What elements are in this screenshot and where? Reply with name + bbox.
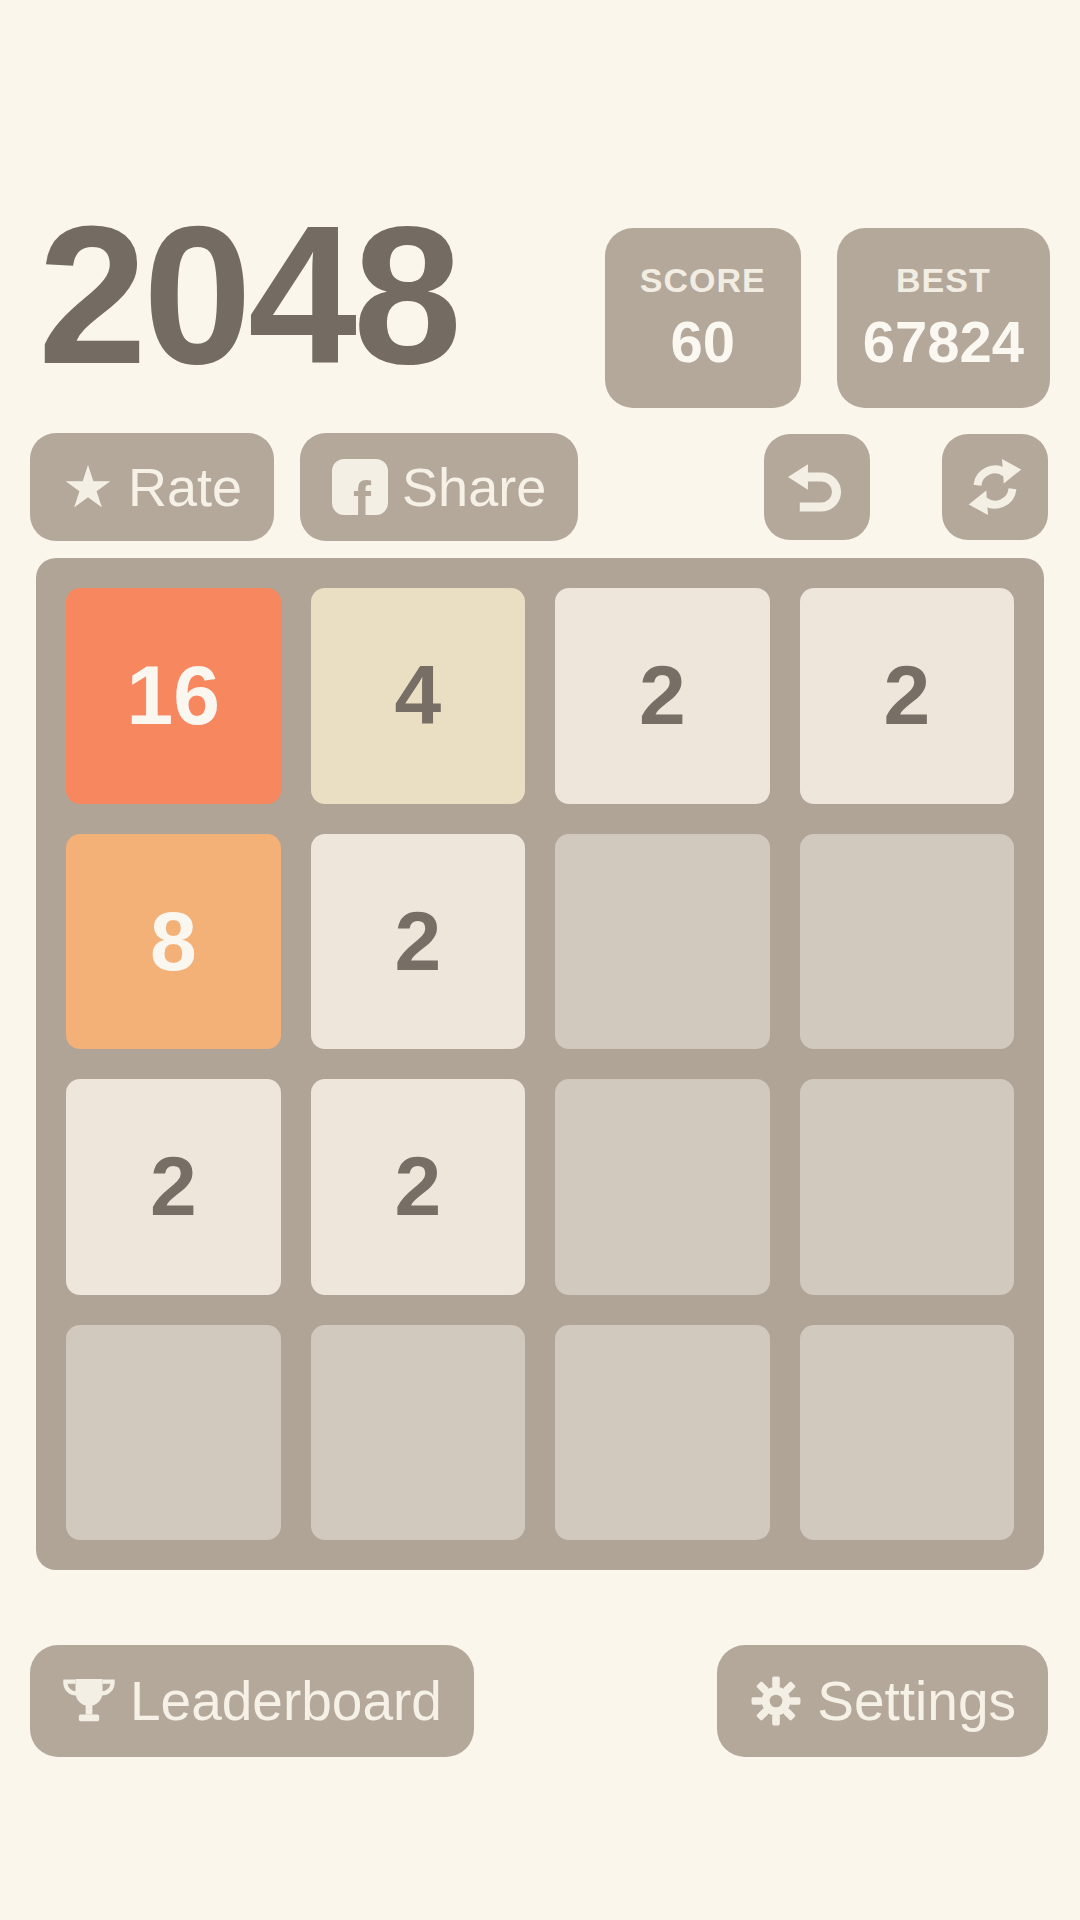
- trophy-icon: [62, 1674, 116, 1728]
- controls-row: ★ Rate f Share: [30, 433, 1048, 541]
- tile-2-r0c2: 2: [555, 588, 770, 804]
- footer-bar: Leaderboard Settings: [30, 1645, 1048, 1757]
- controls-right: [764, 434, 1048, 540]
- cell-empty-r2c3: [800, 1079, 1015, 1295]
- restart-button[interactable]: [942, 434, 1048, 540]
- share-button[interactable]: f Share: [300, 433, 578, 541]
- gear-icon: [749, 1674, 803, 1728]
- cell-empty-r1c2: [555, 834, 770, 1050]
- facebook-icon: f: [332, 459, 388, 515]
- star-icon: ★: [62, 458, 114, 516]
- app: 2048 SCORE 60 BEST 67824 ★ Rate f Share: [0, 0, 1080, 1920]
- undo-icon: [788, 458, 846, 516]
- leaderboard-label: Leaderboard: [130, 1669, 442, 1733]
- score-value: 60: [670, 308, 735, 375]
- board[interactable]: 164228222: [36, 558, 1044, 1570]
- tile-4-r0c1: 4: [311, 588, 526, 804]
- tile-2-r1c1: 2: [311, 834, 526, 1050]
- tile-2-r0c3: 2: [800, 588, 1015, 804]
- share-label: Share: [402, 456, 546, 518]
- settings-label: Settings: [817, 1669, 1016, 1733]
- score-panel: SCORE 60 BEST 67824: [605, 228, 1050, 408]
- cell-empty-r3c0: [66, 1325, 281, 1541]
- score-label: SCORE: [640, 261, 766, 300]
- undo-button[interactable]: [764, 434, 870, 540]
- cell-empty-r3c2: [555, 1325, 770, 1541]
- leaderboard-button[interactable]: Leaderboard: [30, 1645, 474, 1757]
- score-box: SCORE 60: [605, 228, 801, 408]
- settings-button[interactable]: Settings: [717, 1645, 1048, 1757]
- rate-button[interactable]: ★ Rate: [30, 433, 274, 541]
- refresh-icon: [967, 459, 1023, 515]
- rate-label: Rate: [128, 456, 242, 518]
- best-label: BEST: [896, 261, 991, 300]
- cell-empty-r3c3: [800, 1325, 1015, 1541]
- cell-empty-r2c2: [555, 1079, 770, 1295]
- tile-16-r0c0: 16: [66, 588, 281, 804]
- controls-left: ★ Rate f Share: [30, 433, 578, 541]
- cell-empty-r1c3: [800, 834, 1015, 1050]
- tile-8-r1c0: 8: [66, 834, 281, 1050]
- page-title: 2048: [38, 198, 458, 394]
- best-box: BEST 67824: [837, 228, 1050, 408]
- tile-2-r2c0: 2: [66, 1079, 281, 1295]
- cell-empty-r3c1: [311, 1325, 526, 1541]
- best-value: 67824: [863, 308, 1024, 375]
- tile-2-r2c1: 2: [311, 1079, 526, 1295]
